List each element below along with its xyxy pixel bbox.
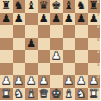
square-b6[interactable]	[13, 25, 26, 38]
square-e2[interactable]	[50, 75, 63, 88]
square-e5[interactable]	[50, 38, 63, 51]
white-knight[interactable]: ♞	[76, 88, 86, 101]
square-e7[interactable]: ♟	[50, 13, 63, 26]
square-h4[interactable]: 4	[88, 50, 101, 63]
square-c5[interactable]: ♟	[25, 38, 38, 51]
square-d2[interactable]: ♟	[38, 75, 51, 88]
square-g6[interactable]	[75, 25, 88, 38]
square-d6[interactable]	[38, 25, 51, 38]
square-h3[interactable]: 3	[88, 63, 101, 76]
square-a8[interactable]: ♜	[0, 0, 13, 13]
black-pawn[interactable]: ♟	[1, 13, 11, 26]
square-g3[interactable]	[75, 63, 88, 76]
black-bishop[interactable]: ♝	[64, 0, 74, 13]
black-pawn[interactable]: ♟	[89, 13, 99, 26]
square-f8[interactable]: ♝	[63, 0, 76, 13]
square-h5[interactable]: 5	[88, 38, 101, 51]
square-h1[interactable]: ♜1	[88, 88, 101, 101]
black-queen[interactable]: ♛	[39, 0, 49, 13]
square-f3[interactable]	[63, 63, 76, 76]
white-pawn[interactable]: ♟	[39, 75, 49, 88]
black-rook[interactable]: ♜	[89, 0, 99, 13]
rank-label-5: 5	[97, 38, 99, 42]
square-e4[interactable]: ♟	[50, 50, 63, 63]
square-e3[interactable]	[50, 63, 63, 76]
square-b8[interactable]: ♞	[13, 0, 26, 13]
square-c2[interactable]: ♟	[25, 75, 38, 88]
black-pawn[interactable]: ♟	[39, 13, 49, 26]
square-h2[interactable]: ♟2	[88, 75, 101, 88]
black-bishop[interactable]: ♝	[26, 0, 36, 13]
square-d8[interactable]: ♛	[38, 0, 51, 13]
white-pawn[interactable]: ♟	[26, 75, 36, 88]
square-h6[interactable]: 6	[88, 25, 101, 38]
black-rook[interactable]: ♜	[1, 0, 11, 13]
square-f1[interactable]: ♝	[63, 88, 76, 101]
square-b5[interactable]	[13, 38, 26, 51]
square-c1[interactable]: ♝	[25, 88, 38, 101]
square-c4[interactable]	[25, 50, 38, 63]
square-c3[interactable]	[25, 63, 38, 76]
white-pawn[interactable]: ♟	[89, 75, 99, 88]
square-g2[interactable]: ♟	[75, 75, 88, 88]
square-g7[interactable]: ♟	[75, 13, 88, 26]
white-pawn[interactable]: ♟	[64, 75, 74, 88]
square-d4[interactable]	[38, 50, 51, 63]
square-g1[interactable]: ♞	[75, 88, 88, 101]
square-a4[interactable]	[0, 50, 13, 63]
square-b4[interactable]	[13, 50, 26, 63]
black-knight[interactable]: ♞	[14, 0, 24, 13]
square-b7[interactable]: ♟	[13, 13, 26, 26]
square-a6[interactable]	[0, 25, 13, 38]
white-king[interactable]: ♚	[51, 88, 61, 101]
rank-label-3: 3	[97, 63, 99, 67]
square-d1[interactable]: ♛	[38, 88, 51, 101]
square-b3[interactable]	[13, 63, 26, 76]
black-king[interactable]: ♚	[51, 0, 61, 13]
white-bishop[interactable]: ♝	[64, 88, 74, 101]
square-c7[interactable]	[25, 13, 38, 26]
square-f2[interactable]: ♟	[63, 75, 76, 88]
white-pawn[interactable]: ♟	[14, 75, 24, 88]
chess-board: ♜♞♝♛♚♝♞♜8♟♟♟♟♟♟♟76♟5♟43♟♟♟♟♟♟♟2♜♞♝♛♚♝♞♜1	[0, 0, 100, 100]
black-pawn[interactable]: ♟	[76, 13, 86, 26]
white-rook[interactable]: ♜	[1, 88, 11, 101]
white-pawn[interactable]: ♟	[51, 50, 61, 63]
black-pawn[interactable]: ♟	[64, 13, 74, 26]
square-c6[interactable]	[25, 25, 38, 38]
square-c8[interactable]: ♝	[25, 0, 38, 13]
square-f6[interactable]	[63, 25, 76, 38]
square-g4[interactable]	[75, 50, 88, 63]
square-b2[interactable]: ♟	[13, 75, 26, 88]
square-a3[interactable]	[0, 63, 13, 76]
square-a2[interactable]: ♟	[0, 75, 13, 88]
black-pawn[interactable]: ♟	[14, 13, 24, 26]
square-h7[interactable]: ♟7	[88, 13, 101, 26]
square-d5[interactable]	[38, 38, 51, 51]
rank-label-6: 6	[97, 25, 99, 29]
white-queen[interactable]: ♛	[39, 88, 49, 101]
square-h8[interactable]: ♜8	[88, 0, 101, 13]
square-a5[interactable]	[0, 38, 13, 51]
white-bishop[interactable]: ♝	[26, 88, 36, 101]
square-g8[interactable]: ♞	[75, 0, 88, 13]
square-d3[interactable]	[38, 63, 51, 76]
white-knight[interactable]: ♞	[14, 88, 24, 101]
square-e6[interactable]	[50, 25, 63, 38]
square-a7[interactable]: ♟	[0, 13, 13, 26]
white-pawn[interactable]: ♟	[1, 75, 11, 88]
square-f5[interactable]	[63, 38, 76, 51]
square-e8[interactable]: ♚	[50, 0, 63, 13]
white-rook[interactable]: ♜	[89, 88, 99, 101]
black-pawn[interactable]: ♟	[51, 13, 61, 26]
black-knight[interactable]: ♞	[76, 0, 86, 13]
square-e1[interactable]: ♚	[50, 88, 63, 101]
white-pawn[interactable]: ♟	[76, 75, 86, 88]
square-f7[interactable]: ♟	[63, 13, 76, 26]
square-b1[interactable]: ♞	[13, 88, 26, 101]
rank-label-4: 4	[97, 50, 99, 54]
square-d7[interactable]: ♟	[38, 13, 51, 26]
black-pawn[interactable]: ♟	[26, 38, 36, 51]
square-f4[interactable]	[63, 50, 76, 63]
square-a1[interactable]: ♜	[0, 88, 13, 101]
square-g5[interactable]	[75, 38, 88, 51]
